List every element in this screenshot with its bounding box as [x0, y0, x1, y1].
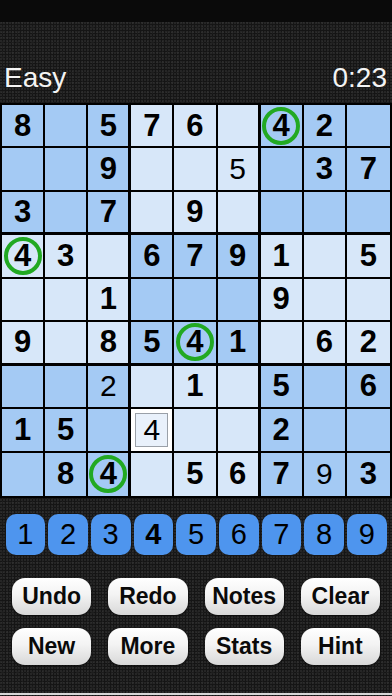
cell-r6c1[interactable]: 9: [2, 322, 45, 365]
cell-r2c8[interactable]: 3: [304, 148, 347, 191]
sudoku-board[interactable]: 8576429537379436791519985416221561542845…: [0, 103, 392, 498]
undo-button[interactable]: Undo: [12, 578, 91, 615]
cell-r5c2[interactable]: [45, 279, 88, 322]
cell-r6c8[interactable]: 6: [304, 322, 347, 365]
cell-r4c7[interactable]: 1: [261, 235, 304, 278]
cell-r4c4[interactable]: 6: [131, 235, 174, 278]
highlight-circle-icon: [262, 107, 300, 145]
cell-r1c3[interactable]: 5: [88, 105, 131, 148]
numpad-key-2[interactable]: 2: [48, 514, 88, 555]
cell-r3c5[interactable]: 9: [174, 192, 217, 235]
new-button[interactable]: New: [12, 628, 91, 665]
numpad-key-7[interactable]: 7: [262, 514, 302, 555]
cell-r9c9[interactable]: 3: [347, 453, 390, 496]
action-row-top: UndoRedoNotesClear: [0, 578, 392, 615]
cell-r7c4[interactable]: [131, 366, 174, 409]
cell-r9c4[interactable]: [131, 453, 174, 496]
cell-r2c7[interactable]: [261, 148, 304, 191]
cell-r8c8[interactable]: [304, 409, 347, 452]
cell-r1c2[interactable]: [45, 105, 88, 148]
cell-r4c8[interactable]: [304, 235, 347, 278]
highlight-circle-icon: [89, 455, 127, 493]
cell-r6c4[interactable]: 5: [131, 322, 174, 365]
cell-r3c1[interactable]: 3: [2, 192, 45, 235]
cell-r6c3[interactable]: 8: [88, 322, 131, 365]
cell-r5c8[interactable]: [304, 279, 347, 322]
cell-r2c9[interactable]: 7: [347, 148, 390, 191]
cell-r8c7[interactable]: 2: [261, 409, 304, 452]
cell-r5c9[interactable]: [347, 279, 390, 322]
notes-button[interactable]: Notes: [205, 578, 284, 615]
numpad-key-6[interactable]: 6: [219, 514, 259, 555]
clear-button[interactable]: Clear: [301, 578, 380, 615]
cell-r6c2[interactable]: [45, 322, 88, 365]
cell-r4c9[interactable]: 5: [347, 235, 390, 278]
cell-r5c5[interactable]: [174, 279, 217, 322]
cell-r7c9[interactable]: 6: [347, 366, 390, 409]
cell-r7c5[interactable]: 1: [174, 366, 217, 409]
cell-r2c4[interactable]: [131, 148, 174, 191]
numpad-key-5[interactable]: 5: [176, 514, 216, 555]
cell-r3c9[interactable]: [347, 192, 390, 235]
difficulty-label: Easy: [4, 60, 66, 96]
sudoku-app-screen: Easy 0:23 857642953737943679151998541622…: [0, 0, 392, 696]
cell-r9c2[interactable]: 8: [45, 453, 88, 496]
cell-r3c8[interactable]: [304, 192, 347, 235]
cell-r7c1[interactable]: [2, 366, 45, 409]
cell-r5c3[interactable]: 1: [88, 279, 131, 322]
cell-r9c1[interactable]: [2, 453, 45, 496]
cell-r4c3[interactable]: [88, 235, 131, 278]
cell-r6c6[interactable]: 1: [218, 322, 261, 365]
cell-r9c6[interactable]: 6: [218, 453, 261, 496]
cell-r3c3[interactable]: 7: [88, 192, 131, 235]
numpad-key-4[interactable]: 4: [134, 514, 174, 555]
more-button[interactable]: More: [108, 628, 187, 665]
cell-r9c8[interactable]: 9: [304, 453, 347, 496]
cell-r9c7[interactable]: 7: [261, 453, 304, 496]
cell-r9c5[interactable]: 5: [174, 453, 217, 496]
cell-r8c3[interactable]: [88, 409, 131, 452]
header: Easy 0:23: [0, 60, 392, 98]
cell-r7c2[interactable]: [45, 366, 88, 409]
cell-r6c9[interactable]: 2: [347, 322, 390, 365]
cell-r2c5[interactable]: [174, 148, 217, 191]
cell-r8c1[interactable]: 1: [2, 409, 45, 452]
cell-r4c6[interactable]: 9: [218, 235, 261, 278]
number-pad: 123456789: [0, 514, 392, 555]
cell-r4c2[interactable]: 3: [45, 235, 88, 278]
timer: 0:23: [333, 60, 388, 96]
cell-r7c7[interactable]: 5: [261, 366, 304, 409]
action-row-bottom: NewMoreStatsHint: [0, 628, 392, 665]
cell-r3c2[interactable]: [45, 192, 88, 235]
highlight-circle-icon: [176, 323, 214, 361]
cell-r5c6[interactable]: [218, 279, 261, 322]
cell-r8c5[interactable]: [174, 409, 217, 452]
cell-r2c3[interactable]: 9: [88, 148, 131, 191]
cell-r1c5[interactable]: 6: [174, 105, 217, 148]
cell-r2c6[interactable]: 5: [218, 148, 261, 191]
cell-r6c7[interactable]: [261, 322, 304, 365]
numpad-key-1[interactable]: 1: [6, 514, 46, 555]
cell-r1c7[interactable]: 4: [261, 105, 304, 148]
highlight-circle-icon: [4, 237, 42, 275]
cell-r1c4[interactable]: 7: [131, 105, 174, 148]
stats-button[interactable]: Stats: [205, 628, 284, 665]
cell-r5c1[interactable]: [2, 279, 45, 322]
cell-r5c7[interactable]: 9: [261, 279, 304, 322]
cell-r1c1[interactable]: 8: [2, 105, 45, 148]
redo-button[interactable]: Redo: [108, 578, 187, 615]
cell-r4c5[interactable]: 7: [174, 235, 217, 278]
numpad-key-3[interactable]: 3: [91, 514, 131, 555]
cell-r8c9[interactable]: [347, 409, 390, 452]
cell-r8c4[interactable]: 4: [131, 409, 174, 452]
cell-r7c6[interactable]: [218, 366, 261, 409]
bottom-edge-line: [0, 693, 392, 695]
cell-r1c9[interactable]: [347, 105, 390, 148]
cell-r3c4[interactable]: [131, 192, 174, 235]
status-bar: [0, 0, 392, 22]
cell-r6c5[interactable]: 4: [174, 322, 217, 365]
hint-button[interactable]: Hint: [301, 628, 380, 665]
cell-r1c6[interactable]: [218, 105, 261, 148]
cell-r5c4[interactable]: [131, 279, 174, 322]
cell-r4c1[interactable]: 4: [2, 235, 45, 278]
numpad-key-9[interactable]: 9: [347, 514, 387, 555]
numpad-key-8[interactable]: 8: [304, 514, 344, 555]
cell-r3c6[interactable]: [218, 192, 261, 235]
cell-r3c7[interactable]: [261, 192, 304, 235]
cell-r8c6[interactable]: [218, 409, 261, 452]
cell-r7c8[interactable]: [304, 366, 347, 409]
cell-r7c3[interactable]: 2: [88, 366, 131, 409]
cell-r1c8[interactable]: 2: [304, 105, 347, 148]
cell-r2c2[interactable]: [45, 148, 88, 191]
cell-r8c2[interactable]: 5: [45, 409, 88, 452]
cell-r9c3[interactable]: 4: [88, 453, 131, 496]
cell-r2c1[interactable]: [2, 148, 45, 191]
